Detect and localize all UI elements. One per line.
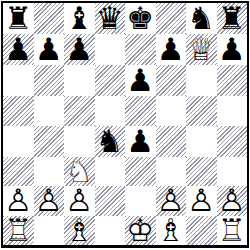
black-pawn-icon[interactable]: ♟ <box>3 34 34 65</box>
black-pawn-icon[interactable]: ♟ <box>125 65 156 96</box>
square-h5[interactable] <box>217 96 248 126</box>
square-e1[interactable]: ♚♔ <box>125 216 156 246</box>
square-b8[interactable] <box>34 3 65 34</box>
square-a6[interactable] <box>3 65 34 96</box>
square-e3[interactable] <box>125 157 156 187</box>
square-g8[interactable]: ♞ <box>186 3 217 34</box>
square-d8[interactable]: ♛ <box>95 3 126 34</box>
black-knight-icon[interactable]: ♞ <box>95 126 126 157</box>
square-b2[interactable]: ♟♙ <box>34 186 65 216</box>
square-g2[interactable]: ♟♙ <box>186 186 217 216</box>
square-b1[interactable] <box>34 216 65 246</box>
white-bishop-outline: ♗ <box>156 216 187 246</box>
white-bishop-outline: ♗ <box>64 216 95 246</box>
white-king-icon[interactable]: ♚♔ <box>125 216 156 246</box>
square-c6[interactable] <box>64 65 95 96</box>
square-d6[interactable] <box>95 65 126 96</box>
square-g1[interactable] <box>186 216 217 246</box>
square-c7[interactable]: ♟ <box>64 34 95 65</box>
square-b7[interactable]: ♟ <box>34 34 65 65</box>
square-e4[interactable]: ♟ <box>125 126 156 157</box>
white-rook-outline: ♖ <box>3 216 34 246</box>
white-bishop-icon[interactable]: ♝♗ <box>64 216 95 246</box>
square-d1[interactable] <box>95 216 126 246</box>
square-e8[interactable]: ♚ <box>125 3 156 34</box>
square-d3[interactable] <box>95 157 126 187</box>
white-rook-outline: ♖ <box>217 216 248 246</box>
square-a1[interactable]: ♜♖ <box>3 216 34 246</box>
square-c5[interactable] <box>64 96 95 126</box>
square-g5[interactable] <box>186 96 217 126</box>
square-h4[interactable] <box>217 126 248 157</box>
square-g6[interactable] <box>186 65 217 96</box>
black-pawn-icon[interactable]: ♟ <box>125 126 156 157</box>
black-bishop-icon[interactable]: ♝ <box>64 3 95 34</box>
square-d5[interactable] <box>95 96 126 126</box>
chess-diagram-page: ♜♝♛♚♞♜♟♟♟♟♛♕♟♟♞♟♞♘♟♙♟♙♟♙♟♙♟♙♟♙♜♖♝♗♚♔♝♗♜♖ <box>0 0 250 250</box>
square-h6[interactable] <box>217 65 248 96</box>
square-a4[interactable] <box>3 126 34 157</box>
white-bishop-icon[interactable]: ♝♗ <box>156 216 187 246</box>
square-b6[interactable] <box>34 65 65 96</box>
square-e5[interactable] <box>125 96 156 126</box>
black-pawn-icon[interactable]: ♟ <box>156 34 187 65</box>
square-d7[interactable] <box>95 34 126 65</box>
square-d2[interactable] <box>95 186 126 216</box>
square-f8[interactable] <box>156 3 187 34</box>
square-a8[interactable]: ♜ <box>3 3 34 34</box>
white-pawn-outline: ♙ <box>34 186 65 216</box>
square-h1[interactable]: ♜♖ <box>217 216 248 246</box>
square-b4[interactable] <box>34 126 65 157</box>
white-queen-outline: ♕ <box>186 34 217 65</box>
white-queen-icon[interactable]: ♛♕ <box>186 34 217 65</box>
black-rook-icon[interactable]: ♜ <box>217 3 248 34</box>
square-f6[interactable] <box>156 65 187 96</box>
black-pawn-icon[interactable]: ♟ <box>34 34 65 65</box>
white-rook-icon[interactable]: ♜♖ <box>217 216 248 246</box>
square-f4[interactable] <box>156 126 187 157</box>
square-f7[interactable]: ♟ <box>156 34 187 65</box>
square-h7[interactable]: ♟ <box>217 34 248 65</box>
square-a5[interactable] <box>3 96 34 126</box>
black-queen-icon[interactable]: ♛ <box>95 3 126 34</box>
black-king-icon[interactable]: ♚ <box>125 3 156 34</box>
square-h8[interactable]: ♜ <box>217 3 248 34</box>
white-pawn-icon[interactable]: ♟♙ <box>186 186 217 216</box>
square-g4[interactable] <box>186 126 217 157</box>
square-b5[interactable] <box>34 96 65 126</box>
square-e7[interactable] <box>125 34 156 65</box>
black-knight-icon[interactable]: ♞ <box>186 3 217 34</box>
square-g7[interactable]: ♛♕ <box>186 34 217 65</box>
black-pawn-icon[interactable]: ♟ <box>64 34 95 65</box>
white-king-outline: ♔ <box>125 216 156 246</box>
black-pawn-icon[interactable]: ♟ <box>217 34 248 65</box>
white-pawn-outline: ♙ <box>186 186 217 216</box>
square-c1[interactable]: ♝♗ <box>64 216 95 246</box>
black-rook-icon[interactable]: ♜ <box>3 3 34 34</box>
square-c4[interactable] <box>64 126 95 157</box>
square-e6[interactable]: ♟ <box>125 65 156 96</box>
square-d4[interactable]: ♞ <box>95 126 126 157</box>
chess-board: ♜♝♛♚♞♜♟♟♟♟♛♕♟♟♞♟♞♘♟♙♟♙♟♙♟♙♟♙♟♙♜♖♝♗♚♔♝♗♜♖ <box>1 1 249 248</box>
square-f5[interactable] <box>156 96 187 126</box>
square-a7[interactable]: ♟ <box>3 34 34 65</box>
white-rook-icon[interactable]: ♜♖ <box>3 216 34 246</box>
square-c8[interactable]: ♝ <box>64 3 95 34</box>
square-f1[interactable]: ♝♗ <box>156 216 187 246</box>
white-pawn-icon[interactable]: ♟♙ <box>34 186 65 216</box>
